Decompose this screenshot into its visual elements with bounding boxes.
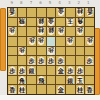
board-cell-highlighted[interactable] — [47, 37, 56, 46]
board-cell[interactable] — [85, 66, 94, 75]
board-cell[interactable]: 歩 — [18, 47, 27, 56]
board-cell[interactable]: 桂 — [18, 85, 27, 94]
board-cell[interactable]: 歩 — [27, 37, 36, 46]
shogi-piece-gote[interactable]: 歩 — [86, 37, 94, 45]
shogi-piece-sente[interactable]: 金 — [57, 66, 65, 74]
board-cell[interactable] — [8, 47, 17, 56]
file-label: 1 — [84, 0, 94, 6]
board-cell[interactable] — [66, 27, 75, 36]
board-cell[interactable] — [56, 47, 65, 56]
board-cell[interactable]: 歩 — [8, 66, 17, 75]
shogi-piece-sente[interactable]: 飛 — [37, 76, 45, 84]
board-cell[interactable]: 桂 — [37, 27, 46, 36]
board-cell[interactable] — [47, 8, 56, 17]
board-cell[interactable] — [18, 56, 27, 65]
board-cell[interactable]: 角 — [18, 76, 27, 85]
board-cell[interactable]: 歩 — [37, 56, 46, 65]
board-cell[interactable] — [27, 47, 36, 56]
shogi-piece-sente[interactable]: 歩 — [66, 66, 74, 74]
board-cell[interactable]: 歩 — [8, 27, 17, 36]
board-cell[interactable] — [8, 76, 17, 85]
board-cell[interactable]: 歩 — [76, 66, 85, 75]
board-cell[interactable]: 銀 — [47, 27, 56, 36]
board-cell[interactable] — [47, 66, 56, 75]
board-cell[interactable] — [47, 85, 56, 94]
board-cell[interactable]: 歩 — [56, 27, 65, 36]
board-cell[interactable] — [8, 56, 17, 65]
board-cell[interactable]: 歩 — [76, 27, 85, 36]
shogi-piece-gote[interactable]: 香 — [8, 8, 16, 16]
board-cell[interactable] — [66, 47, 75, 56]
board-cell[interactable] — [27, 85, 36, 94]
shogi-piece-sente[interactable]: 歩 — [57, 56, 65, 64]
board-cell[interactable] — [27, 76, 36, 85]
file-label: 5 — [45, 0, 55, 6]
board-cell[interactable]: 金 — [56, 85, 65, 94]
board-cell[interactable] — [76, 56, 85, 65]
board-cell[interactable] — [37, 66, 46, 75]
board-cell[interactable] — [18, 8, 27, 17]
shogi-piece-gote[interactable]: 歩 — [76, 27, 84, 35]
board-cell[interactable] — [85, 47, 94, 56]
shogi-piece-gote[interactable]: 歩 — [57, 27, 65, 35]
board-cell[interactable] — [66, 8, 75, 17]
shogi-piece-sente[interactable]: 歩 — [76, 66, 84, 74]
board-cell[interactable] — [37, 47, 46, 56]
shogi-piece-sente[interactable]: 金 — [57, 85, 65, 93]
board-cell[interactable] — [27, 8, 36, 17]
board-cell[interactable]: 香 — [85, 8, 94, 17]
board-cell[interactable] — [66, 56, 75, 65]
board-cell[interactable]: 香 — [8, 85, 17, 94]
shogi-piece-sente[interactable]: 歩 — [18, 66, 26, 74]
board-cell[interactable] — [18, 37, 27, 46]
board-cell[interactable]: 歩 — [27, 56, 36, 65]
board-cell[interactable]: 玉 — [66, 18, 75, 27]
shogi-piece-gote[interactable]: 歩 — [37, 37, 45, 45]
board-cell[interactable]: 桂 — [76, 8, 85, 17]
board-cell[interactable]: 香 — [85, 85, 94, 94]
board-cell-highlighted[interactable]: 歩 — [47, 47, 56, 56]
file-label: 7 — [26, 0, 36, 6]
board-cell[interactable] — [56, 18, 65, 27]
shogi-piece-sente[interactable]: 歩 — [47, 56, 55, 64]
shogi-piece-gote[interactable]: 角 — [76, 18, 84, 26]
board-cell[interactable]: 歩 — [66, 37, 75, 46]
gote-komadai[interactable] — [0, 8, 6, 71]
board-cell[interactable] — [8, 18, 17, 27]
board-cell[interactable] — [76, 37, 85, 46]
board-cell[interactable]: 歩 — [66, 66, 75, 75]
board-cell[interactable] — [56, 76, 65, 85]
shogi-piece-sente[interactable]: 桂 — [18, 85, 26, 93]
shogi-piece-sente[interactable]: 香 — [86, 85, 94, 93]
shogi-piece-sente[interactable]: 角 — [18, 76, 26, 84]
shogi-piece-gote[interactable]: 桂 — [37, 27, 45, 35]
shogi-piece-gote[interactable]: 金 — [47, 18, 55, 26]
shogi-piece-gote[interactable]: 金 — [57, 8, 65, 16]
shogi-piece-gote[interactable]: 歩 — [66, 37, 74, 45]
board-cell[interactable]: 桂 — [76, 85, 85, 94]
board-cell[interactable]: 歩 — [85, 37, 94, 46]
shogi-piece-sente[interactable]: 桂 — [76, 85, 84, 93]
board-cell[interactable]: 銀 — [27, 66, 36, 75]
shogi-piece-gote[interactable]: 飛 — [18, 18, 26, 26]
shogi-piece-gote[interactable]: 銀 — [37, 18, 45, 26]
board-cell[interactable]: 歩 — [18, 66, 27, 75]
file-label: 2 — [74, 0, 84, 6]
board-cell[interactable] — [37, 8, 46, 17]
shogi-piece-gote[interactable]: 桂 — [76, 8, 84, 16]
board-cell[interactable] — [76, 47, 85, 56]
board-cell[interactable] — [85, 27, 94, 36]
shogi-piece-gote[interactable]: 歩 — [47, 47, 55, 55]
file-label: 4 — [55, 0, 65, 6]
shogi-piece-sente[interactable]: 歩 — [8, 66, 16, 74]
shogi-piece-sente[interactable]: 歩 — [86, 56, 94, 64]
board-cell[interactable]: 金 — [56, 8, 65, 17]
board-cell[interactable] — [66, 85, 75, 94]
board-cell[interactable]: 玉 — [76, 76, 85, 85]
board-cell[interactable] — [37, 85, 46, 94]
board-cell[interactable] — [8, 37, 17, 46]
shogi-piece-sente[interactable]: 玉 — [76, 76, 84, 84]
board-cell[interactable] — [18, 27, 27, 36]
shogi-piece-gote[interactable]: 銀 — [47, 27, 55, 35]
file-label: 3 — [64, 0, 74, 6]
shogi-piece-gote[interactable]: 歩 — [18, 47, 26, 55]
shogi-piece-gote[interactable]: 香 — [86, 8, 94, 16]
board-cell[interactable]: 歩 — [47, 56, 56, 65]
board-cell[interactable]: 金 — [47, 18, 56, 27]
board-cell[interactable]: 歩 — [85, 56, 94, 65]
file-label: 9 — [7, 0, 17, 6]
board-cell[interactable] — [47, 76, 56, 85]
board-cell[interactable]: 歩 — [56, 56, 65, 65]
shogi-piece-gote[interactable]: 歩 — [8, 27, 16, 35]
board-cell[interactable]: 飛 — [18, 18, 27, 27]
shogi-piece-sente[interactable]: 銀 — [28, 66, 36, 74]
board-cell[interactable]: 銀 — [66, 76, 75, 85]
file-label: 6 — [36, 0, 46, 6]
shogi-piece-sente[interactable]: 香 — [8, 85, 16, 93]
shogi-piece-gote[interactable]: 玉 — [66, 18, 74, 26]
board-cell[interactable]: 飛 — [37, 76, 46, 85]
board-cell[interactable] — [27, 27, 36, 36]
shogi-app-window: 987654321 香金桂香飛銀金玉角歩桂銀歩歩歩歩歩歩歩歩歩歩歩歩歩歩歩銀金歩… — [0, 0, 100, 100]
board-cell[interactable]: 銀 — [37, 18, 46, 27]
shogi-piece-sente[interactable]: 銀 — [66, 76, 74, 84]
shogi-board[interactable]: 香金桂香飛銀金玉角歩桂銀歩歩歩歩歩歩歩歩歩歩歩歩歩歩歩銀金歩歩角飛銀玉香桂金桂香 — [7, 7, 95, 95]
shogi-piece-sente[interactable]: 歩 — [37, 56, 45, 64]
board-cell[interactable] — [85, 18, 94, 27]
status-strip — [0, 95, 100, 100]
board-cell[interactable]: 角 — [76, 18, 85, 27]
board-cell[interactable]: 香 — [8, 8, 17, 17]
board-cell[interactable] — [85, 76, 94, 85]
board-cell[interactable]: 歩 — [37, 37, 46, 46]
file-label: 8 — [17, 0, 27, 6]
shogi-piece-sente[interactable]: 歩 — [28, 56, 36, 64]
shogi-piece-gote[interactable]: 歩 — [28, 37, 36, 45]
board-cell[interactable]: 金 — [56, 66, 65, 75]
file-labels: 987654321 — [7, 0, 93, 6]
board-cell[interactable] — [56, 37, 65, 46]
board-cell[interactable] — [27, 18, 36, 27]
